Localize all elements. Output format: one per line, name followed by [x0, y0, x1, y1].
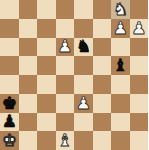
white-pawn[interactable]: ♟ — [76, 94, 91, 111]
white-bishop[interactable]: ♝ — [57, 132, 72, 149]
square-d7[interactable] — [56, 19, 75, 38]
square-c5[interactable] — [37, 56, 56, 75]
square-g8[interactable]: ♞ — [111, 0, 130, 19]
black-bishop[interactable]: ♝ — [113, 57, 128, 74]
square-b6[interactable] — [19, 38, 38, 57]
square-g2[interactable] — [111, 113, 130, 132]
square-e6[interactable]: ♞ — [74, 38, 93, 57]
black-knight[interactable]: ♞ — [76, 38, 91, 55]
square-g5[interactable]: ♝ — [111, 56, 130, 75]
square-e7[interactable] — [74, 19, 93, 38]
square-e3[interactable]: ♟ — [74, 94, 93, 113]
square-a3[interactable]: ♚ — [0, 94, 19, 113]
square-d8[interactable] — [56, 0, 75, 19]
square-f1[interactable] — [93, 131, 112, 150]
square-e1[interactable] — [74, 131, 93, 150]
square-g3[interactable] — [111, 94, 130, 113]
square-a2[interactable]: ♟ — [0, 113, 19, 132]
square-c6[interactable] — [37, 38, 56, 57]
square-h5[interactable] — [130, 56, 149, 75]
black-pawn[interactable]: ♟ — [2, 113, 17, 130]
square-c7[interactable] — [37, 19, 56, 38]
square-b8[interactable] — [19, 0, 38, 19]
square-b4[interactable] — [19, 75, 38, 94]
square-f7[interactable] — [93, 19, 112, 38]
square-d1[interactable]: ♝ — [56, 131, 75, 150]
square-h1[interactable] — [130, 131, 149, 150]
square-c8[interactable] — [37, 0, 56, 19]
square-b7[interactable] — [19, 19, 38, 38]
white-pawn[interactable]: ♟ — [131, 19, 146, 36]
square-b5[interactable] — [19, 56, 38, 75]
white-pawn[interactable]: ♟ — [57, 38, 72, 55]
square-d4[interactable] — [56, 75, 75, 94]
square-a8[interactable] — [0, 0, 19, 19]
square-b3[interactable] — [19, 94, 38, 113]
square-d2[interactable] — [56, 113, 75, 132]
square-e8[interactable] — [74, 0, 93, 19]
white-knight[interactable]: ♞ — [113, 0, 128, 17]
square-b2[interactable] — [19, 113, 38, 132]
square-d3[interactable] — [56, 94, 75, 113]
chess-board: ♞♟♟♟♞♝♚♟♟♚♝ — [0, 0, 148, 150]
square-b1[interactable] — [19, 131, 38, 150]
square-f2[interactable] — [93, 113, 112, 132]
square-d6[interactable]: ♟ — [56, 38, 75, 57]
square-a1[interactable]: ♚ — [0, 131, 19, 150]
square-d5[interactable] — [56, 56, 75, 75]
square-a4[interactable] — [0, 75, 19, 94]
square-c1[interactable] — [37, 131, 56, 150]
square-a7[interactable] — [0, 19, 19, 38]
white-king[interactable]: ♚ — [2, 132, 17, 149]
square-c4[interactable] — [37, 75, 56, 94]
square-g1[interactable] — [111, 131, 130, 150]
square-c2[interactable] — [37, 113, 56, 132]
square-h2[interactable] — [130, 113, 149, 132]
white-pawn[interactable]: ♟ — [113, 19, 128, 36]
square-f6[interactable] — [93, 38, 112, 57]
square-h8[interactable] — [130, 0, 149, 19]
square-h6[interactable] — [130, 38, 149, 57]
square-f8[interactable] — [93, 0, 112, 19]
chess-board-wrap: ♞♟♟♟♞♝♚♟♟♚♝ — [0, 0, 148, 150]
square-e4[interactable] — [74, 75, 93, 94]
square-f4[interactable] — [93, 75, 112, 94]
square-a5[interactable] — [0, 56, 19, 75]
square-c3[interactable] — [37, 94, 56, 113]
square-g4[interactable] — [111, 75, 130, 94]
square-h4[interactable] — [130, 75, 149, 94]
square-g6[interactable] — [111, 38, 130, 57]
square-a6[interactable] — [0, 38, 19, 57]
square-h7[interactable]: ♟ — [130, 19, 149, 38]
square-g7[interactable]: ♟ — [111, 19, 130, 38]
square-f3[interactable] — [93, 94, 112, 113]
square-f5[interactable] — [93, 56, 112, 75]
black-king[interactable]: ♚ — [2, 94, 17, 111]
square-e2[interactable] — [74, 113, 93, 132]
square-e5[interactable] — [74, 56, 93, 75]
square-h3[interactable] — [130, 94, 149, 113]
